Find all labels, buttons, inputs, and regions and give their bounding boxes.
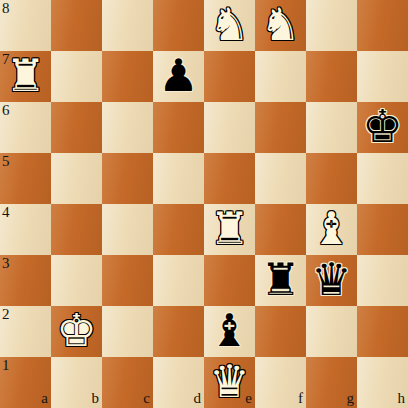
square-a6[interactable]: 6 [0, 102, 51, 153]
square-c3[interactable] [102, 255, 153, 306]
square-h6[interactable]: ♚ [357, 102, 408, 153]
square-b4[interactable] [51, 204, 102, 255]
square-g3[interactable]: ♛ [306, 255, 357, 306]
rank-label-8: 8 [2, 1, 10, 16]
square-e4[interactable]: ♜ [204, 204, 255, 255]
white-bishop-g4-piece: ♝ [311, 203, 351, 254]
square-c6[interactable] [102, 102, 153, 153]
square-d7[interactable]: ♟ [153, 51, 204, 102]
black-rook-f3-piece: ♜ [260, 254, 300, 305]
square-e7[interactable] [204, 51, 255, 102]
rank-label-1: 1 [2, 358, 10, 373]
square-d8[interactable] [153, 0, 204, 51]
square-h1[interactable]: h [357, 357, 408, 408]
square-a7[interactable]: ♜7 [0, 51, 51, 102]
square-b6[interactable] [51, 102, 102, 153]
square-h7[interactable] [357, 51, 408, 102]
square-f2[interactable] [255, 306, 306, 357]
square-b5[interactable] [51, 153, 102, 204]
file-label-a: a [41, 391, 48, 406]
square-a2[interactable]: 2 [0, 306, 51, 357]
square-f8[interactable]: ♞ [255, 0, 306, 51]
square-f3[interactable]: ♜ [255, 255, 306, 306]
square-c1[interactable]: c [102, 357, 153, 408]
file-label-c: c [143, 391, 150, 406]
file-label-g: g [347, 391, 355, 406]
square-b7[interactable] [51, 51, 102, 102]
square-d5[interactable] [153, 153, 204, 204]
square-h3[interactable] [357, 255, 408, 306]
chess-board: 8♞♞♜7♟6♚54♜♝3♜♛2♚♝1abcd♛efgh [0, 0, 408, 408]
rank-label-2: 2 [2, 307, 10, 322]
white-rook-e4-piece: ♜ [209, 203, 249, 254]
square-a8[interactable]: 8 [0, 0, 51, 51]
square-g1[interactable]: g [306, 357, 357, 408]
square-d6[interactable] [153, 102, 204, 153]
square-h8[interactable] [357, 0, 408, 51]
white-knight-f8-piece: ♞ [260, 0, 300, 50]
chess-diagram: 8♞♞♜7♟6♚54♜♝3♜♛2♚♝1abcd♛efgh [0, 0, 408, 408]
square-g5[interactable] [306, 153, 357, 204]
square-b3[interactable] [51, 255, 102, 306]
square-g6[interactable] [306, 102, 357, 153]
white-queen-e1-piece: ♛ [209, 356, 249, 407]
rank-label-5: 5 [2, 154, 10, 169]
black-queen-g3-piece: ♛ [311, 254, 351, 305]
square-e6[interactable] [204, 102, 255, 153]
square-c8[interactable] [102, 0, 153, 51]
white-knight-e8-piece: ♞ [209, 0, 249, 50]
square-c4[interactable] [102, 204, 153, 255]
square-c5[interactable] [102, 153, 153, 204]
square-f1[interactable]: f [255, 357, 306, 408]
square-g4[interactable]: ♝ [306, 204, 357, 255]
white-king-b2-piece: ♚ [56, 305, 96, 356]
square-f7[interactable] [255, 51, 306, 102]
square-c2[interactable] [102, 306, 153, 357]
square-g8[interactable] [306, 0, 357, 51]
rank-label-4: 4 [2, 205, 10, 220]
file-label-f: f [298, 391, 303, 406]
square-a4[interactable]: 4 [0, 204, 51, 255]
square-e3[interactable] [204, 255, 255, 306]
square-a1[interactable]: 1a [0, 357, 51, 408]
file-label-b: b [92, 391, 100, 406]
rank-label-3: 3 [2, 256, 10, 271]
square-e2[interactable]: ♝ [204, 306, 255, 357]
black-pawn-d7-piece: ♟ [158, 50, 198, 101]
square-a5[interactable]: 5 [0, 153, 51, 204]
square-c7[interactable] [102, 51, 153, 102]
square-f5[interactable] [255, 153, 306, 204]
square-f6[interactable] [255, 102, 306, 153]
square-h4[interactable] [357, 204, 408, 255]
square-g7[interactable] [306, 51, 357, 102]
square-d1[interactable]: d [153, 357, 204, 408]
white-rook-a7-piece: ♜ [5, 50, 45, 101]
square-h5[interactable] [357, 153, 408, 204]
square-g2[interactable] [306, 306, 357, 357]
black-bishop-e2-piece: ♝ [209, 305, 249, 356]
square-h2[interactable] [357, 306, 408, 357]
square-d3[interactable] [153, 255, 204, 306]
square-b8[interactable] [51, 0, 102, 51]
rank-label-6: 6 [2, 103, 10, 118]
file-label-d: d [194, 391, 202, 406]
black-king-h6-piece: ♚ [362, 101, 402, 152]
square-b2[interactable]: ♚ [51, 306, 102, 357]
file-label-h: h [398, 391, 406, 406]
square-d4[interactable] [153, 204, 204, 255]
square-e1[interactable]: ♛e [204, 357, 255, 408]
square-a3[interactable]: 3 [0, 255, 51, 306]
square-f4[interactable] [255, 204, 306, 255]
square-b1[interactable]: b [51, 357, 102, 408]
square-e8[interactable]: ♞ [204, 0, 255, 51]
square-e5[interactable] [204, 153, 255, 204]
square-d2[interactable] [153, 306, 204, 357]
